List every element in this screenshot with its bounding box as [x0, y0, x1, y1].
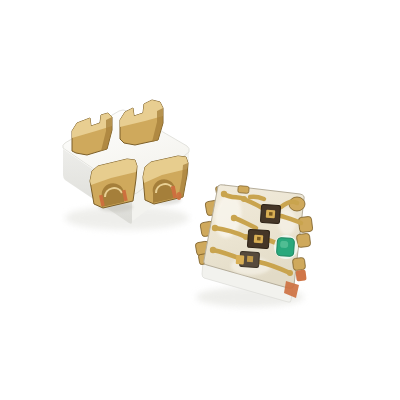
- smd-led-photo: [0, 0, 400, 400]
- solder-pad-top-left: [72, 113, 112, 155]
- copper-plating: [177, 192, 182, 200]
- trace-pad: [210, 247, 216, 253]
- solder-pad-bottom-left: [90, 159, 137, 208]
- edge-contact-right-3: [292, 257, 305, 270]
- die-bond-dot: [247, 256, 253, 262]
- trace-pad: [221, 191, 227, 197]
- trace-pad: [231, 215, 237, 221]
- edge-contact-top: [238, 186, 250, 194]
- green-led-die: [274, 235, 298, 259]
- solder-pad-top-right: [120, 100, 163, 145]
- trace-pad: [241, 196, 247, 202]
- die-bond-pad: [236, 255, 245, 265]
- die-bond-dot: [257, 237, 261, 241]
- copper-plating-right: [295, 269, 306, 281]
- led-die-2: [247, 229, 269, 248]
- trace-pad: [287, 270, 293, 276]
- smd-package-top-view: [195, 185, 313, 307]
- smd-package-bottom-view: [63, 100, 190, 230]
- green-die-highlight: [280, 241, 288, 249]
- photo-canvas: [0, 0, 400, 400]
- edge-contact-right-2: [296, 233, 310, 247]
- solder-pad-bottom-right: [143, 156, 188, 204]
- gold-trace: [250, 197, 264, 199]
- led-die-1: [260, 204, 280, 223]
- die-bond-dot: [269, 212, 273, 216]
- trace-pad: [212, 225, 218, 231]
